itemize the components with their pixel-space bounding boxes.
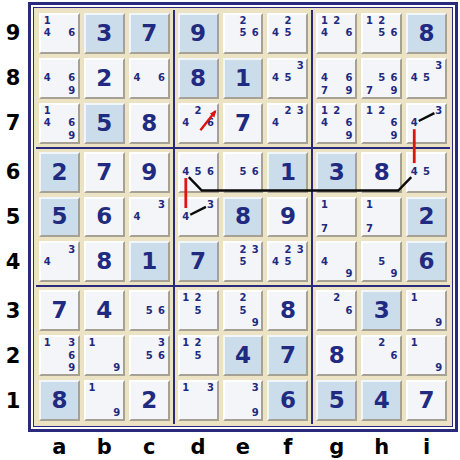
candidate-5: 5: [237, 256, 249, 268]
box-3-1: 74561369193568192: [36, 287, 173, 424]
candidate-5: 5: [143, 350, 155, 362]
row-label-1: 1: [2, 388, 24, 414]
cell-r2b[interactable]: 19: [84, 335, 125, 376]
given-digit: 6: [280, 389, 296, 412]
candidate-4: 4: [318, 256, 330, 268]
box-2-2: 456561348972352345: [175, 149, 312, 286]
candidate-6: 6: [66, 72, 78, 84]
cell-r5a[interactable]: 5: [39, 197, 80, 238]
candidate-1: 1: [318, 15, 330, 27]
candidate-6: 6: [343, 27, 355, 39]
candidate-3: 3: [155, 337, 167, 349]
candidate-1: 1: [318, 199, 330, 211]
candidate-5: 5: [143, 305, 155, 317]
candidate-9: 9: [110, 362, 122, 374]
candidate-4: 4: [318, 117, 330, 129]
given-digit: 8: [419, 22, 435, 45]
candidate-6: 6: [155, 72, 167, 84]
candidate-6: 6: [204, 117, 216, 129]
candidate-4: 4: [408, 117, 420, 129]
candidate-4: 4: [131, 211, 143, 223]
candidate-4: 4: [41, 256, 53, 268]
cell-r6d[interactable]: 456: [178, 152, 219, 193]
box-2-1: 27956343481: [36, 149, 173, 286]
candidate-3: 3: [433, 105, 445, 117]
cell-r7e[interactable]: 7: [223, 103, 264, 144]
cell-r7g[interactable]: 12469: [316, 103, 357, 144]
candidate-6: 6: [388, 72, 400, 84]
candidate-7: 7: [318, 223, 330, 235]
candidate-7: 7: [363, 84, 375, 96]
cell-r3h[interactable]: 3: [361, 290, 402, 331]
candidate-9: 9: [66, 129, 78, 141]
candidate-1: 1: [86, 382, 98, 394]
candidate-6: 6: [249, 166, 261, 178]
col-label-h: h: [370, 435, 394, 459]
row-label-7: 7: [2, 110, 24, 136]
candidate-1: 1: [363, 15, 375, 27]
candidate-2: 2: [192, 105, 204, 117]
col-label-f: f: [276, 435, 300, 459]
solved-digit: 7: [96, 161, 112, 184]
candidate-5: 5: [376, 72, 388, 84]
given-digit: 6: [419, 250, 435, 273]
given-digit: 5: [96, 112, 112, 135]
cell-r6i[interactable]: 45: [406, 152, 447, 193]
cell-r4e[interactable]: 235: [223, 241, 264, 282]
candidate-6: 6: [66, 27, 78, 39]
given-digit: 5: [51, 205, 67, 228]
cell-r9c[interactable]: 7: [129, 13, 170, 54]
col-label-d: d: [186, 435, 210, 459]
col-label-i: i: [415, 435, 439, 459]
candidate-9: 9: [343, 84, 355, 96]
candidate-3: 3: [66, 243, 78, 255]
given-digit: 7: [141, 22, 157, 45]
cell-r8c[interactable]: 46: [129, 58, 170, 99]
box-grid: 1463746924614695892562458134524672341246…: [36, 10, 450, 424]
cell-r8i[interactable]: 345: [406, 58, 447, 99]
cell-r8e[interactable]: 1: [223, 58, 264, 99]
candidate-2: 2: [376, 337, 388, 349]
cell-r7a[interactable]: 1469: [39, 103, 80, 144]
candidate-9: 9: [66, 362, 78, 374]
candidate-2: 2: [237, 243, 249, 255]
candidate-4: 4: [269, 117, 281, 129]
cell-r5e[interactable]: 8: [223, 197, 264, 238]
cell-r1e[interactable]: 39: [223, 380, 264, 421]
cell-r5f[interactable]: 9: [267, 197, 308, 238]
cell-r8d[interactable]: 8: [178, 58, 219, 99]
candidate-3: 3: [204, 382, 216, 394]
candidate-2: 2: [376, 15, 388, 27]
candidate-3: 3: [204, 199, 216, 211]
candidate-4: 4: [41, 117, 53, 129]
candidate-2: 2: [237, 292, 249, 304]
candidate-5: 5: [282, 256, 294, 268]
candidate-4: 4: [408, 72, 420, 84]
cell-r9g[interactable]: 1246: [316, 13, 357, 54]
candidate-2: 2: [282, 243, 294, 255]
cell-r5g[interactable]: 17: [316, 197, 357, 238]
sudoku-board: 1463746924614695892562458134524672341246…: [28, 2, 458, 432]
box-3-2: 12525981254713396: [175, 287, 312, 424]
candidate-2: 2: [331, 292, 343, 304]
cell-r7h[interactable]: 1269: [361, 103, 402, 144]
candidate-6: 6: [388, 117, 400, 129]
candidate-6: 6: [343, 305, 355, 317]
given-digit: 2: [419, 205, 435, 228]
given-digit: 9: [190, 22, 206, 45]
candidate-3: 3: [249, 382, 261, 394]
cell-r4g[interactable]: 49: [316, 241, 357, 282]
cell-r4h[interactable]: 59: [361, 241, 402, 282]
col-label-c: c: [137, 435, 161, 459]
candidate-3: 3: [294, 105, 306, 117]
given-digit: 3: [374, 299, 390, 322]
given-digit: 1: [280, 161, 296, 184]
solved-digit: 6: [96, 205, 112, 228]
cell-r8f[interactable]: 345: [267, 58, 308, 99]
cell-r2g[interactable]: 8: [316, 335, 357, 376]
candidate-5: 5: [376, 256, 388, 268]
col-label-e: e: [231, 435, 255, 459]
candidate-1: 1: [41, 105, 53, 117]
candidate-5: 5: [237, 305, 249, 317]
solved-digit: 7: [419, 389, 435, 412]
candidate-1: 1: [180, 382, 192, 394]
given-digit: 1: [235, 67, 251, 90]
cell-r3g[interactable]: 26: [316, 290, 357, 331]
candidate-1: 1: [180, 292, 192, 304]
candidate-2: 2: [237, 15, 249, 27]
cell-r8b[interactable]: 2: [84, 58, 125, 99]
cell-r4b[interactable]: 8: [84, 241, 125, 282]
cell-r5h[interactable]: 17: [361, 197, 402, 238]
cell-r3f[interactable]: 8: [267, 290, 308, 331]
cell-r3i[interactable]: 19: [406, 290, 447, 331]
cell-r7d[interactable]: 246: [178, 103, 219, 144]
candidate-6: 6: [388, 27, 400, 39]
solved-digit: 8: [141, 112, 157, 135]
solved-digit: 8: [374, 161, 390, 184]
row-label-3: 3: [2, 298, 24, 324]
cell-r1a[interactable]: 8: [39, 380, 80, 421]
col-label-g: g: [325, 435, 349, 459]
cell-r7f[interactable]: 234: [267, 103, 308, 144]
cell-r6e[interactable]: 56: [223, 152, 264, 193]
cell-r9h[interactable]: 1256: [361, 13, 402, 54]
given-digit: 5: [329, 389, 345, 412]
candidate-3: 3: [249, 243, 261, 255]
candidate-1: 1: [86, 337, 98, 349]
cell-r5c[interactable]: 34: [129, 197, 170, 238]
candidate-4: 4: [269, 72, 281, 84]
candidate-3: 3: [155, 199, 167, 211]
candidate-5: 5: [192, 166, 204, 178]
candidate-2: 2: [331, 105, 343, 117]
row-label-9: 9: [2, 20, 24, 46]
row-label-5: 5: [2, 204, 24, 230]
candidate-5: 5: [192, 305, 204, 317]
candidate-5: 5: [282, 27, 294, 39]
row-label-4: 4: [2, 249, 24, 275]
given-digit: 8: [235, 205, 251, 228]
solved-digit: 9: [280, 205, 296, 228]
candidate-5: 5: [420, 72, 432, 84]
given-digit: 3: [329, 161, 345, 184]
cell-r4f[interactable]: 2345: [267, 241, 308, 282]
solved-digit: 8: [96, 250, 112, 273]
candidate-1: 1: [180, 337, 192, 349]
candidate-9: 9: [433, 362, 445, 374]
given-digit: 4: [235, 344, 251, 367]
candidate-4: 4: [180, 166, 192, 178]
cell-r1b[interactable]: 19: [84, 380, 125, 421]
given-digit: 8: [190, 67, 206, 90]
box-3-3: 2631982619547: [313, 287, 450, 424]
candidate-6: 6: [249, 27, 261, 39]
cell-r9a[interactable]: 146: [39, 13, 80, 54]
candidate-2: 2: [282, 15, 294, 27]
given-digit: 8: [51, 389, 67, 412]
sudoku-app: 1463746924614695892562458134524672341246…: [0, 0, 460, 460]
cell-r6h[interactable]: 8: [361, 152, 402, 193]
cell-r1d[interactable]: 13: [178, 380, 219, 421]
candidate-1: 1: [41, 337, 53, 349]
candidate-9: 9: [388, 129, 400, 141]
candidate-6: 6: [155, 305, 167, 317]
candidate-4: 4: [41, 27, 53, 39]
cell-r7b[interactable]: 5: [84, 103, 125, 144]
candidate-1: 1: [363, 105, 375, 117]
candidate-2: 2: [376, 105, 388, 117]
cell-r9i[interactable]: 8: [406, 13, 447, 54]
candidate-9: 9: [66, 84, 78, 96]
cell-r1g[interactable]: 5: [316, 380, 357, 421]
box-1-1: 14637469246146958: [36, 10, 173, 147]
col-label-b: b: [92, 435, 116, 459]
candidate-9: 9: [433, 317, 445, 329]
cell-r8g[interactable]: 4679: [316, 58, 357, 99]
cell-r2h[interactable]: 26: [361, 335, 402, 376]
solved-digit: 7: [235, 112, 251, 135]
candidate-5: 5: [237, 166, 249, 178]
box-1-3: 1246125684679567934512469126934: [313, 10, 450, 147]
candidate-5: 5: [420, 166, 432, 178]
solved-digit: 8: [329, 344, 345, 367]
cell-r9e[interactable]: 256: [223, 13, 264, 54]
candidate-5: 5: [376, 27, 388, 39]
candidate-3: 3: [294, 243, 306, 255]
cell-r2i[interactable]: 19: [406, 335, 447, 376]
candidate-4: 4: [318, 72, 330, 84]
candidate-2: 2: [192, 292, 204, 304]
given-digit: 2: [51, 161, 67, 184]
cell-r1h[interactable]: 4: [361, 380, 402, 421]
cell-r2f[interactable]: 7: [267, 335, 308, 376]
candidate-4: 4: [318, 27, 330, 39]
cell-r6a[interactable]: 2: [39, 152, 80, 193]
board-frame: 1463746924614695892562458134524672341246…: [33, 7, 453, 427]
candidate-6: 6: [204, 166, 216, 178]
cell-r5d[interactable]: 34: [178, 197, 219, 238]
cell-r2a[interactable]: 1369: [39, 335, 80, 376]
given-digit: 4: [374, 389, 390, 412]
cell-r5b[interactable]: 6: [84, 197, 125, 238]
cell-r9b[interactable]: 3: [84, 13, 125, 54]
cell-r3a[interactable]: 7: [39, 290, 80, 331]
candidate-4: 4: [180, 117, 192, 129]
cell-r4c[interactable]: 1: [129, 241, 170, 282]
given-digit: 7: [280, 344, 296, 367]
candidate-7: 7: [318, 84, 330, 96]
candidate-1: 1: [408, 292, 420, 304]
cell-r5i[interactable]: 2: [406, 197, 447, 238]
candidate-6: 6: [66, 350, 78, 362]
cell-r3d[interactable]: 125: [178, 290, 219, 331]
cell-r1i[interactable]: 7: [406, 380, 447, 421]
candidate-9: 9: [388, 268, 400, 280]
cell-r6b[interactable]: 7: [84, 152, 125, 193]
solved-digit: 4: [96, 299, 112, 322]
solved-digit: 9: [141, 161, 157, 184]
solved-digit: 2: [141, 389, 157, 412]
given-digit: 3: [96, 22, 112, 45]
candidate-3: 3: [66, 337, 78, 349]
cell-r4a[interactable]: 34: [39, 241, 80, 282]
row-label-6: 6: [2, 159, 24, 185]
given-digit: 7: [190, 250, 206, 273]
cell-r7i[interactable]: 34: [406, 103, 447, 144]
candidate-2: 2: [331, 15, 343, 27]
candidate-6: 6: [343, 117, 355, 129]
candidate-1: 1: [41, 15, 53, 27]
candidate-5: 5: [237, 27, 249, 39]
candidate-6: 6: [66, 117, 78, 129]
cell-r4d[interactable]: 7: [178, 241, 219, 282]
cell-r3c[interactable]: 56: [129, 290, 170, 331]
candidate-1: 1: [363, 199, 375, 211]
row-label-2: 2: [2, 343, 24, 369]
candidate-4: 4: [269, 256, 281, 268]
candidate-9: 9: [343, 268, 355, 280]
candidate-6: 6: [155, 350, 167, 362]
cell-r6g[interactable]: 3: [316, 152, 357, 193]
candidate-2: 2: [282, 105, 294, 117]
cell-r1c[interactable]: 2: [129, 380, 170, 421]
cell-r7c[interactable]: 8: [129, 103, 170, 144]
cell-r9f[interactable]: 245: [267, 13, 308, 54]
candidate-4: 4: [408, 166, 420, 178]
candidate-4: 4: [41, 72, 53, 84]
cell-r8a[interactable]: 469: [39, 58, 80, 99]
cell-r6f[interactable]: 1: [267, 152, 308, 193]
col-label-a: a: [47, 435, 71, 459]
candidate-4: 4: [269, 27, 281, 39]
candidate-7: 7: [363, 223, 375, 235]
box-2-3: 38451717249596: [313, 149, 450, 286]
candidate-6: 6: [343, 72, 355, 84]
solved-digit: 2: [96, 67, 112, 90]
cell-r8h[interactable]: 5679: [361, 58, 402, 99]
candidate-3: 3: [433, 60, 445, 72]
cell-r3e[interactable]: 259: [223, 290, 264, 331]
candidate-9: 9: [249, 407, 261, 419]
candidate-4: 4: [131, 72, 143, 84]
solved-digit: 7: [51, 299, 67, 322]
cell-r1f[interactable]: 6: [267, 380, 308, 421]
candidate-6: 6: [388, 350, 400, 362]
box-1-2: 9256245813452467234: [175, 10, 312, 147]
candidate-9: 9: [388, 84, 400, 96]
solved-digit: 8: [280, 299, 296, 322]
cell-r2d[interactable]: 125: [178, 335, 219, 376]
cell-r6c[interactable]: 9: [129, 152, 170, 193]
candidate-9: 9: [110, 407, 122, 419]
candidate-9: 9: [249, 317, 261, 329]
candidate-3: 3: [294, 60, 306, 72]
candidate-9: 9: [343, 129, 355, 141]
given-digit: 1: [141, 250, 157, 273]
candidate-5: 5: [192, 350, 204, 362]
row-label-8: 8: [2, 65, 24, 91]
candidate-5: 5: [282, 72, 294, 84]
cell-r4i[interactable]: 6: [406, 241, 447, 282]
cell-r9d[interactable]: 9: [178, 13, 219, 54]
cell-r2c[interactable]: 356: [129, 335, 170, 376]
candidate-2: 2: [192, 337, 204, 349]
cell-r2e[interactable]: 4: [223, 335, 264, 376]
candidate-1: 1: [318, 105, 330, 117]
candidate-4: 4: [180, 211, 192, 223]
candidate-1: 1: [408, 337, 420, 349]
cell-r3b[interactable]: 4: [84, 290, 125, 331]
